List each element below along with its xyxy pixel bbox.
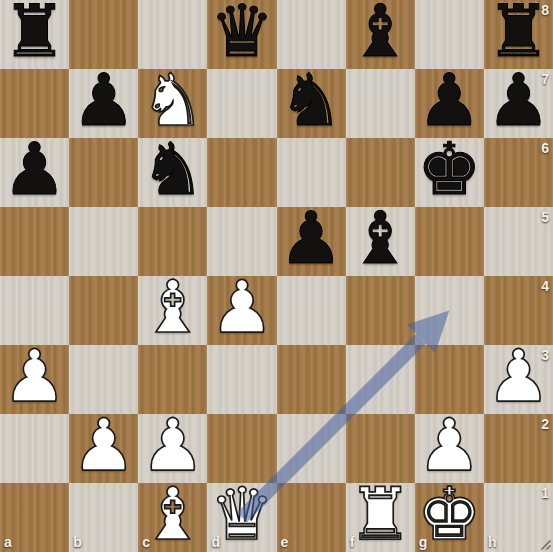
square-b2[interactable]: ♟: [69, 414, 138, 483]
piece-black-knight[interactable]: ♞: [279, 66, 344, 135]
rank-label-4: 4: [541, 279, 549, 293]
resize-handle-icon[interactable]: [537, 536, 552, 551]
square-c6[interactable]: ♞: [138, 138, 207, 207]
piece-black-bishop[interactable]: ♝: [348, 0, 413, 66]
square-a3[interactable]: ♟: [0, 345, 69, 414]
square-h5[interactable]: 5: [484, 207, 553, 276]
square-a8[interactable]: ♜: [0, 0, 69, 69]
rank-label-5: 5: [541, 210, 549, 224]
square-f8[interactable]: ♝: [346, 0, 415, 69]
piece-black-knight[interactable]: ♞: [141, 135, 206, 204]
piece-black-queen[interactable]: ♛: [210, 0, 275, 66]
piece-black-rook[interactable]: ♜: [2, 0, 67, 66]
square-h7[interactable]: ♟7: [484, 69, 553, 138]
piece-white-queen[interactable]: ♛: [210, 480, 275, 549]
piece-black-pawn[interactable]: ♟: [417, 66, 482, 135]
board-squares: ♜♛♝♜8♟♞♞♟♟7♟♞♚6♟♝5♝♟4♟♟3♟♟♟2ab♝c♛de♜f♚g1…: [0, 0, 553, 552]
square-b1[interactable]: b: [69, 483, 138, 552]
square-g5[interactable]: [415, 207, 484, 276]
piece-black-bishop[interactable]: ♝: [348, 204, 413, 273]
square-c4[interactable]: ♝: [138, 276, 207, 345]
square-g1[interactable]: ♚g: [415, 483, 484, 552]
piece-white-bishop[interactable]: ♝: [141, 480, 206, 549]
square-e5[interactable]: ♟: [277, 207, 346, 276]
square-e3[interactable]: [277, 345, 346, 414]
piece-black-king[interactable]: ♚: [417, 135, 482, 204]
file-label-e: e: [281, 535, 289, 549]
square-e7[interactable]: ♞: [277, 69, 346, 138]
piece-black-rook[interactable]: ♜: [486, 0, 551, 66]
piece-black-pawn[interactable]: ♟: [486, 66, 551, 135]
square-f4[interactable]: [346, 276, 415, 345]
square-f3[interactable]: [346, 345, 415, 414]
square-c1[interactable]: ♝c: [138, 483, 207, 552]
square-e2[interactable]: [277, 414, 346, 483]
square-h3[interactable]: ♟3: [484, 345, 553, 414]
square-g6[interactable]: ♚: [415, 138, 484, 207]
square-g4[interactable]: [415, 276, 484, 345]
square-d1[interactable]: ♛d: [207, 483, 276, 552]
square-e4[interactable]: [277, 276, 346, 345]
square-b4[interactable]: [69, 276, 138, 345]
rank-label-6: 6: [541, 141, 549, 155]
square-d3[interactable]: [207, 345, 276, 414]
piece-white-pawn[interactable]: ♟: [486, 342, 551, 411]
piece-white-knight[interactable]: ♞: [141, 66, 206, 135]
piece-white-pawn[interactable]: ♟: [71, 411, 136, 480]
piece-white-rook[interactable]: ♜: [348, 480, 413, 549]
file-label-b: b: [73, 535, 82, 549]
square-f7[interactable]: [346, 69, 415, 138]
piece-white-king[interactable]: ♚: [417, 480, 482, 549]
square-a6[interactable]: ♟: [0, 138, 69, 207]
square-a2[interactable]: [0, 414, 69, 483]
square-e1[interactable]: e: [277, 483, 346, 552]
square-b6[interactable]: [69, 138, 138, 207]
piece-white-pawn[interactable]: ♟: [2, 342, 67, 411]
square-d6[interactable]: [207, 138, 276, 207]
square-f1[interactable]: ♜f: [346, 483, 415, 552]
square-b7[interactable]: ♟: [69, 69, 138, 138]
square-a1[interactable]: a: [0, 483, 69, 552]
square-d7[interactable]: [207, 69, 276, 138]
rank-label-2: 2: [541, 417, 549, 431]
square-h6[interactable]: 6: [484, 138, 553, 207]
piece-white-pawn[interactable]: ♟: [417, 411, 482, 480]
piece-white-pawn[interactable]: ♟: [210, 273, 275, 342]
piece-black-pawn[interactable]: ♟: [279, 204, 344, 273]
square-f5[interactable]: ♝: [346, 207, 415, 276]
rank-label-1: 1: [541, 486, 549, 500]
square-h2[interactable]: 2: [484, 414, 553, 483]
chess-board: ♜♛♝♜8♟♞♞♟♟7♟♞♚6♟♝5♝♟4♟♟3♟♟♟2ab♝c♛de♜f♚g1…: [0, 0, 553, 552]
square-b5[interactable]: [69, 207, 138, 276]
piece-black-pawn[interactable]: ♟: [2, 135, 67, 204]
square-d8[interactable]: ♛: [207, 0, 276, 69]
piece-white-bishop[interactable]: ♝: [141, 273, 206, 342]
piece-white-pawn[interactable]: ♟: [141, 411, 206, 480]
file-label-h: h: [488, 535, 497, 549]
file-label-a: a: [4, 535, 12, 549]
square-a5[interactable]: [0, 207, 69, 276]
piece-black-pawn[interactable]: ♟: [71, 66, 136, 135]
square-d4[interactable]: ♟: [207, 276, 276, 345]
